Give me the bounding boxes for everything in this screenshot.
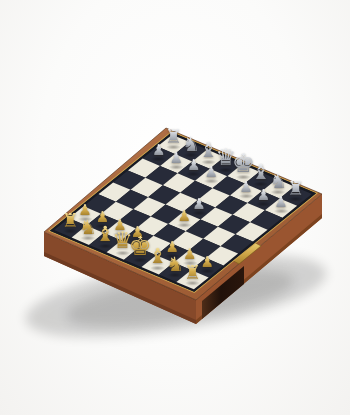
product-photo: ♜♞♝♛♚♝♞♜♟♟♟♟♟♟♟♟♟♟♟♟♟♟♟♟♜♞♝♛♚♝♞♜ [0, 0, 350, 415]
